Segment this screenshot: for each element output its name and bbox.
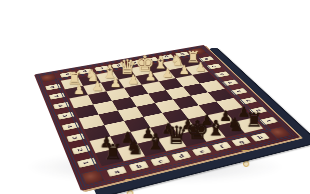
file-label-h-label: h (179, 53, 185, 56)
square-a6 (69, 95, 93, 108)
file-label-f-label: f (149, 58, 153, 61)
rank-label-5-label: 5 (62, 114, 69, 118)
rank-label-6: 6 (52, 102, 69, 110)
file-label-e-label: e (198, 149, 205, 154)
file-label-e-label: e (132, 61, 137, 64)
rank-label-8-label: 8 (203, 58, 210, 61)
square-d5 (130, 94, 155, 107)
file-label-g-label: g (164, 55, 170, 58)
rank-label-7: 7 (48, 92, 64, 99)
rank-label-1-label: 1 (264, 119, 272, 123)
file-label-a-label: a (113, 169, 120, 175)
file-label-b-label: b (135, 163, 142, 168)
rank-label-7-label: 7 (210, 65, 217, 68)
file-label-g: g (231, 137, 251, 146)
brass-latch-icon (125, 179, 134, 190)
border-corner-decoration (40, 73, 57, 82)
rank-label-2-label: 2 (254, 109, 262, 112)
square-f5 (166, 87, 191, 100)
rank-label-8: 8 (45, 84, 61, 91)
rank-label-4-label: 4 (66, 124, 74, 128)
file-label-d-label: d (116, 64, 121, 67)
rank-label-6: 6 (213, 71, 229, 77)
rank-label-5: 5 (222, 79, 239, 86)
file-label-e: e (192, 146, 212, 156)
border-corner-decoration (190, 48, 208, 56)
chess-board: ♜♞♝♛♚♝♞♜♟♟♟♟♟♟♟♟♟♟♟♟♟♟♟♟♜♞♝♛♚♝♞♜ (61, 57, 264, 166)
file-label-b-label: b (82, 70, 87, 73)
rank-label-3: 3 (66, 133, 84, 142)
rank-label-8-label: 8 (49, 85, 56, 88)
rank-label-5: 5 (57, 112, 74, 120)
rank-label-2: 2 (71, 145, 90, 155)
rank-label-5-label: 5 (226, 81, 233, 84)
file-label-f-label: f (219, 144, 225, 149)
border-corner-decoration (268, 126, 292, 139)
file-label-c-label: c (99, 67, 104, 70)
square-g1: ♞ (216, 122, 245, 138)
rank-label-3-label: 3 (71, 136, 79, 140)
border-corner-decoration (81, 169, 104, 185)
rank-label-4-label: 4 (235, 90, 242, 93)
file-label-d: d (171, 151, 191, 161)
square-b4 (99, 111, 124, 126)
file-label-h-label: h (256, 135, 264, 140)
rank-label-2-label: 2 (76, 147, 84, 151)
rank-label-6-label: 6 (57, 104, 64, 107)
rank-label-1-label: 1 (82, 160, 90, 165)
rank-label-7-label: 7 (53, 94, 60, 97)
file-label-c-label: c (157, 158, 164, 163)
square-b3 (104, 121, 130, 136)
file-label-b: b (129, 161, 149, 171)
brass-latch-icon (241, 150, 249, 161)
rank-label-4: 4 (61, 122, 79, 130)
file-label-d-label: d (178, 153, 185, 158)
rank-label-1: 1 (76, 157, 96, 167)
chess-set-photo: aabbccddeeffgghh1122334455667788 ♜♞♝♛♚♝♞… (0, 0, 310, 194)
file-label-h: h (250, 133, 270, 142)
rank-label-7: 7 (206, 63, 222, 69)
rank-label-4: 4 (230, 88, 247, 95)
rank-label-6-label: 6 (218, 73, 225, 76)
file-label-f: f (212, 142, 232, 151)
file-label-c: c (150, 156, 170, 166)
rank-label-3-label: 3 (244, 99, 252, 102)
file-label-a: a (107, 166, 127, 177)
file-label-g-label: g (237, 139, 245, 144)
file-label-a-label: a (65, 73, 70, 76)
square-b1: ♞ (117, 144, 145, 161)
rank-label-8: 8 (198, 56, 213, 62)
